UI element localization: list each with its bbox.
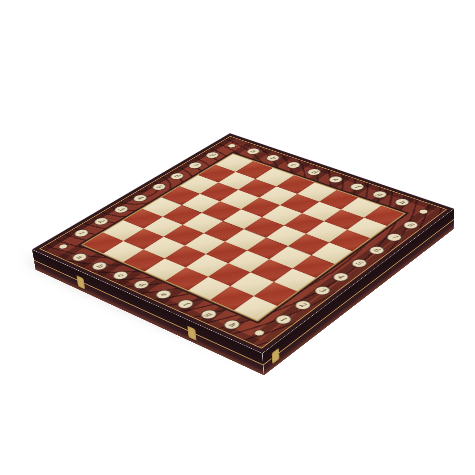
chess-board: abcdefgh abcdefgh 87654321 87654321 ♜♞♝♛… <box>32 133 454 353</box>
perspective-camera: abcdefgh abcdefgh 87654321 87654321 ♜♞♝♛… <box>83 68 406 391</box>
corner-rosette <box>56 243 70 250</box>
corner-rosette <box>416 208 430 215</box>
contrasting-crown-tip <box>179 214 186 221</box>
brass-clasp <box>272 348 280 364</box>
brass-clasp <box>187 326 196 341</box>
corner-rosette <box>251 328 267 337</box>
product-photo-canvas: abcdefgh abcdefgh 87654321 87654321 ♜♞♝♛… <box>0 0 475 475</box>
board-tilt-wrapper: abcdefgh abcdefgh 87654321 87654321 ♜♞♝♛… <box>83 68 406 391</box>
contrasting-crown-tip <box>308 127 316 135</box>
brass-clasp <box>76 275 85 289</box>
